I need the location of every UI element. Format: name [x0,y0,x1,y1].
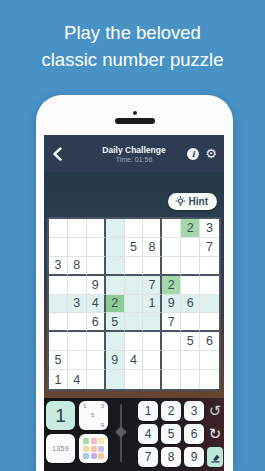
sudoku-cell[interactable]: 5 [125,238,144,257]
notes-digit: 5 [91,412,94,418]
sudoku-cell[interactable] [125,276,144,295]
sudoku-cell[interactable] [181,238,200,257]
sudoku-cell[interactable] [68,238,87,257]
color-swatch [91,438,97,444]
color-swatch [83,438,89,444]
sudoku-cell[interactable] [125,332,144,351]
color-palette-icon [83,438,104,459]
numpad-button-7[interactable]: 7 [138,447,158,467]
eraser-button[interactable] [207,447,223,467]
sudoku-cell[interactable] [162,219,181,238]
lightbulb-icon [175,196,186,207]
numpad-button-5[interactable]: 5 [161,424,181,444]
sudoku-cell[interactable] [68,276,87,295]
sudoku-cell[interactable] [68,351,87,370]
sudoku-cell[interactable]: 8 [143,238,162,257]
eraser-icon [210,452,221,463]
sudoku-cell[interactable] [125,219,144,238]
sudoku-cell[interactable] [125,370,144,389]
color-swatch [91,446,97,452]
app-screen: Daily Challenge Time: 01:56 i ⚙ Hint [44,135,224,471]
sudoku-cell[interactable] [125,313,144,332]
numpad-button-6[interactable]: 6 [184,424,204,444]
sudoku-cell[interactable]: 7 [143,276,162,295]
sudoku-cell[interactable] [181,257,200,276]
notes-digit: 9 [101,422,104,428]
back-button[interactable] [52,147,62,161]
sudoku-cell[interactable]: 6 [87,313,106,332]
sudoku-cell[interactable] [68,332,87,351]
sudoku-cell[interactable]: 5 [49,351,68,370]
sudoku-cell[interactable] [143,370,162,389]
timer-label: Time: 01:56 [102,156,165,163]
sudoku-cell[interactable]: 3 [68,295,87,314]
sudoku-cell[interactable] [49,332,68,351]
sudoku-cell[interactable] [49,313,68,332]
notes-digit: 1 [83,403,86,409]
sudoku-cell[interactable]: 2 [106,295,125,314]
sudoku-cell[interactable]: 5 [181,332,200,351]
back-chevron-icon [52,147,62,161]
sudoku-cell[interactable] [162,332,181,351]
sudoku-cell[interactable]: 4 [125,351,144,370]
sudoku-cell[interactable] [106,219,125,238]
sudoku-cell[interactable] [162,370,181,389]
color-swatch [98,446,104,452]
sudoku-cell[interactable] [181,370,200,389]
tagline-line2: classic number puzzle [0,46,265,73]
color-swatch [91,453,97,459]
sudoku-cell[interactable] [181,313,200,332]
numpad-button-9[interactable]: 9 [184,447,204,467]
hint-label: Hint [189,196,208,207]
redo-icon[interactable]: ↻ [207,424,223,444]
speaker-bar [115,118,155,124]
sudoku-cell[interactable] [106,276,125,295]
sudoku-cell[interactable] [106,238,125,257]
notes-mode-button[interactable]: 1 3 5 9 [79,401,108,430]
sudoku-cell[interactable] [143,219,162,238]
color-swatch [83,446,89,452]
tagline: Play the beloved classic number puzzle [0,19,265,73]
sudoku-cell[interactable] [87,351,106,370]
sudoku-cell[interactable] [106,257,125,276]
sudoku-cell[interactable] [181,351,200,370]
sudoku-cell[interactable] [125,257,144,276]
sudoku-cell[interactable]: 1 [143,295,162,314]
sudoku-cell[interactable]: 1 [49,370,68,389]
color-swatch [98,438,104,444]
sudoku-cell[interactable] [49,238,68,257]
sudoku-cell[interactable] [87,257,106,276]
notes-digit: 3 [101,403,104,409]
sudoku-cell[interactable] [181,276,200,295]
sudoku-cell[interactable] [143,313,162,332]
sudoku-cell[interactable]: 5 [106,313,125,332]
sudoku-cell[interactable] [68,313,87,332]
slider-handle[interactable] [115,426,126,437]
numpad-button-1[interactable]: 1 [138,401,158,421]
sudoku-cell[interactable] [49,295,68,314]
digit-mode-button[interactable]: 1 [46,401,75,430]
sudoku-cell[interactable] [49,276,68,295]
numpad: 123↺456↻789 [138,401,223,467]
sudoku-cell[interactable] [106,370,125,389]
gear-icon[interactable]: ⚙ [205,147,217,160]
sudoku-cell[interactable]: 9 [162,295,181,314]
info-icon[interactable]: i [187,148,199,160]
control-panel: 1 1 3 5 9 1359 123↺456↻789 [44,398,224,471]
sudoku-cell[interactable]: 4 [68,370,87,389]
header-title-box: Daily Challenge Time: 01:56 [102,145,165,163]
color-swatch [83,453,89,459]
sudoku-cell[interactable]: 8 [68,257,87,276]
numpad-button-4[interactable]: 4 [138,424,158,444]
app-store-screenshot: Play the beloved classic number puzzle D… [0,0,265,471]
sudoku-board: 23587389723421966575659414 [47,217,221,391]
sudoku-cell[interactable] [162,238,181,257]
sudoku-cell[interactable]: 2 [162,276,181,295]
sudoku-cell[interactable] [162,257,181,276]
mode-buttons: 1 1 3 5 9 1359 [46,401,108,463]
hint-button[interactable]: Hint [168,193,217,210]
sudoku-cell[interactable]: 9 [87,276,106,295]
hint-row: Hint [44,193,224,213]
sudoku-cell[interactable] [162,351,181,370]
page-title: Daily Challenge [102,145,165,155]
sudoku-cell[interactable] [49,219,68,238]
numpad-button-3[interactable]: 3 [184,401,204,421]
sudoku-cell[interactable] [200,313,219,332]
sudoku-cell[interactable] [87,370,106,389]
sudoku-cell[interactable]: 6 [200,332,219,351]
sudoku-cell[interactable] [106,332,125,351]
undo-icon[interactable]: ↺ [207,401,223,421]
multi-digit-mode-button[interactable]: 1359 [46,434,75,463]
sudoku-cell[interactable]: 6 [181,295,200,314]
sudoku-cell[interactable] [143,257,162,276]
sudoku-cell[interactable] [200,295,219,314]
sudoku-cell[interactable] [143,332,162,351]
sudoku-cell[interactable]: 2 [181,219,200,238]
tagline-line1: Play the beloved [0,19,265,46]
numpad-button-2[interactable]: 2 [161,401,181,421]
sudoku-cell[interactable] [143,351,162,370]
sudoku-cell[interactable] [200,351,219,370]
color-mode-button[interactable] [79,434,108,463]
numpad-button-8[interactable]: 8 [161,447,181,467]
panel-slider[interactable] [120,404,122,462]
sudoku-cell[interactable] [200,257,219,276]
sudoku-cell[interactable] [200,276,219,295]
sudoku-cell[interactable] [125,295,144,314]
sudoku-cell[interactable] [87,219,106,238]
sudoku-cell[interactable]: 7 [200,238,219,257]
color-swatch [98,453,104,459]
sudoku-cell[interactable]: 3 [49,257,68,276]
sudoku-cell[interactable]: 7 [162,313,181,332]
sudoku-cell[interactable]: 4 [87,295,106,314]
sudoku-cell[interactable] [87,332,106,351]
app-header: Daily Challenge Time: 01:56 i ⚙ [44,135,224,172]
camera-dot [133,111,137,115]
sudoku-cell[interactable]: 9 [106,351,125,370]
sudoku-cell[interactable] [200,370,219,389]
sudoku-cell[interactable] [87,238,106,257]
header-icons: i ⚙ [187,135,217,172]
sudoku-cell[interactable] [68,219,87,238]
phone-mockup: Daily Challenge Time: 01:56 i ⚙ Hint [36,95,233,471]
sudoku-cell[interactable]: 3 [200,219,219,238]
